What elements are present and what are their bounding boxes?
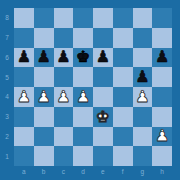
rank-label-8: 8 [0, 8, 14, 28]
square-e1[interactable] [93, 146, 113, 166]
square-d5[interactable] [73, 67, 93, 87]
square-f1[interactable] [113, 146, 133, 166]
square-e8[interactable] [93, 8, 113, 28]
square-g4[interactable]: ♟ [133, 87, 153, 107]
square-e6[interactable]: ♟ [93, 48, 113, 68]
square-d6[interactable]: ♚ [73, 48, 93, 68]
square-h1[interactable] [152, 146, 172, 166]
file-label-b: b [34, 165, 54, 178]
square-e2[interactable] [93, 127, 113, 147]
square-g1[interactable] [133, 146, 153, 166]
file-labels: abcdefgh [14, 165, 172, 178]
square-b5[interactable] [34, 67, 54, 87]
square-f4[interactable] [113, 87, 133, 107]
white-pawn[interactable]: ♟ [76, 88, 90, 104]
rank-label-7: 7 [0, 28, 14, 48]
square-a8[interactable] [14, 8, 34, 28]
chess-app-screen: 87654321 ♟♟♟♚♟♟♟♟♟♟♟♟♚♟ abcdefgh [0, 0, 180, 180]
white-pawn[interactable]: ♟ [135, 88, 149, 104]
white-pawn[interactable]: ♟ [56, 88, 70, 104]
rank-label-6: 6 [0, 48, 14, 68]
square-e4[interactable] [93, 87, 113, 107]
black-king[interactable]: ♚ [76, 49, 90, 65]
square-a2[interactable] [14, 127, 34, 147]
square-d2[interactable] [73, 127, 93, 147]
black-pawn[interactable]: ♟ [135, 69, 149, 85]
square-a1[interactable] [14, 146, 34, 166]
square-g5[interactable]: ♟ [133, 67, 153, 87]
black-pawn[interactable]: ♟ [17, 49, 31, 65]
white-king[interactable]: ♚ [96, 108, 110, 124]
square-b1[interactable] [34, 146, 54, 166]
chess-board: ♟♟♟♚♟♟♟♟♟♟♟♟♚♟ [14, 8, 172, 166]
black-pawn[interactable]: ♟ [155, 49, 169, 65]
square-g2[interactable] [133, 127, 153, 147]
square-a3[interactable] [14, 107, 34, 127]
square-b2[interactable] [34, 127, 54, 147]
square-d7[interactable] [73, 28, 93, 48]
file-label-c: c [54, 165, 74, 178]
file-label-a: a [14, 165, 34, 178]
square-a4[interactable]: ♟ [14, 87, 34, 107]
square-b4[interactable]: ♟ [34, 87, 54, 107]
square-g8[interactable] [133, 8, 153, 28]
square-e5[interactable] [93, 67, 113, 87]
file-label-e: e [93, 165, 113, 178]
square-b3[interactable] [34, 107, 54, 127]
white-pawn[interactable]: ♟ [17, 88, 31, 104]
square-f2[interactable] [113, 127, 133, 147]
file-label-d: d [73, 165, 93, 178]
square-c6[interactable]: ♟ [54, 48, 74, 68]
square-f5[interactable] [113, 67, 133, 87]
square-e7[interactable] [93, 28, 113, 48]
square-e3[interactable]: ♚ [93, 107, 113, 127]
square-f8[interactable] [113, 8, 133, 28]
square-h5[interactable] [152, 67, 172, 87]
square-f6[interactable] [113, 48, 133, 68]
file-label-h: h [152, 165, 172, 178]
rank-labels: 87654321 [0, 8, 14, 166]
square-g3[interactable] [133, 107, 153, 127]
white-pawn[interactable]: ♟ [155, 128, 169, 144]
square-h3[interactable] [152, 107, 172, 127]
file-label-f: f [113, 165, 133, 178]
square-b8[interactable] [34, 8, 54, 28]
square-h6[interactable]: ♟ [152, 48, 172, 68]
square-a6[interactable]: ♟ [14, 48, 34, 68]
rank-label-4: 4 [0, 87, 14, 107]
square-h7[interactable] [152, 28, 172, 48]
square-g6[interactable] [133, 48, 153, 68]
square-b6[interactable]: ♟ [34, 48, 54, 68]
black-pawn[interactable]: ♟ [36, 49, 50, 65]
square-h8[interactable] [152, 8, 172, 28]
square-d4[interactable]: ♟ [73, 87, 93, 107]
square-b7[interactable] [34, 28, 54, 48]
black-pawn[interactable]: ♟ [96, 49, 110, 65]
square-h2[interactable]: ♟ [152, 127, 172, 147]
square-a5[interactable] [14, 67, 34, 87]
square-d1[interactable] [73, 146, 93, 166]
square-c4[interactable]: ♟ [54, 87, 74, 107]
square-c8[interactable] [54, 8, 74, 28]
square-c1[interactable] [54, 146, 74, 166]
square-c3[interactable] [54, 107, 74, 127]
file-label-g: g [133, 165, 153, 178]
square-h4[interactable] [152, 87, 172, 107]
rank-label-5: 5 [0, 67, 14, 87]
rank-label-2: 2 [0, 127, 14, 147]
black-pawn[interactable]: ♟ [56, 49, 70, 65]
square-a7[interactable] [14, 28, 34, 48]
square-c2[interactable] [54, 127, 74, 147]
rank-label-1: 1 [0, 146, 14, 166]
square-f7[interactable] [113, 28, 133, 48]
square-d3[interactable] [73, 107, 93, 127]
rank-label-3: 3 [0, 107, 14, 127]
square-f3[interactable] [113, 107, 133, 127]
square-g7[interactable] [133, 28, 153, 48]
square-c5[interactable] [54, 67, 74, 87]
square-c7[interactable] [54, 28, 74, 48]
square-d8[interactable] [73, 8, 93, 28]
white-pawn[interactable]: ♟ [36, 88, 50, 104]
